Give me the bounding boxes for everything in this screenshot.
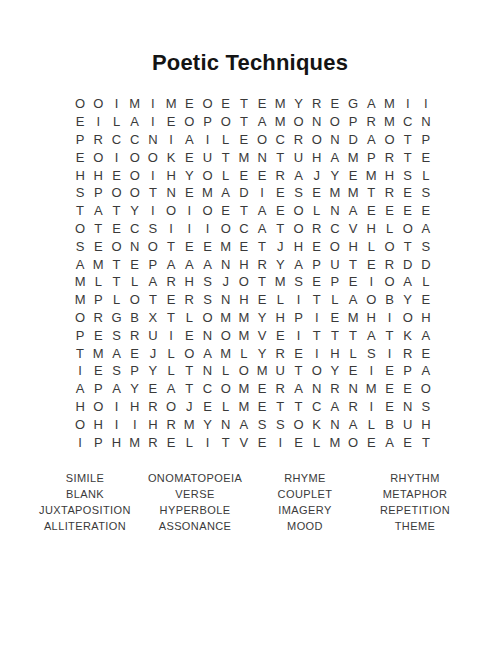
grid-cell-r15c5: J <box>144 344 162 362</box>
grid-cell-r16c8: N <box>198 362 216 380</box>
grid-cell-r5c5: I <box>144 166 162 184</box>
grid-cell-r13c15: E <box>326 309 344 327</box>
word-list-item: JUXTAPOSITION <box>30 502 140 518</box>
grid-cell-r11c4: L <box>126 273 144 291</box>
grid-cell-r6c2: P <box>89 184 107 202</box>
grid-cell-r19c2: H <box>89 415 107 433</box>
grid-cell-r9c2: E <box>89 237 107 255</box>
grid-cell-r12c6: E <box>162 291 180 309</box>
grid-cell-r5c17: M <box>362 166 380 184</box>
grid-cell-r5c9: L <box>217 166 235 184</box>
grid-cell-r3c2: R <box>89 131 107 149</box>
grid-cell-r16c12: U <box>271 362 289 380</box>
word-list-item: IMAGERY <box>250 502 360 518</box>
grid-cell-r1c5: I <box>144 95 162 113</box>
grid-cell-r4c8: U <box>198 148 216 166</box>
grid-cell-r11c19: A <box>399 273 417 291</box>
grid-cell-r6c10: D <box>235 184 253 202</box>
grid-cell-r19c7: M <box>180 415 198 433</box>
grid-cell-r16c3: S <box>107 362 125 380</box>
grid-cell-r8c13: O <box>289 220 307 238</box>
grid-cell-r10c8: A <box>198 255 216 273</box>
grid-cell-r20c11: E <box>253 433 271 451</box>
grid-cell-r9c3: O <box>107 237 125 255</box>
grid-cell-r5c19: S <box>399 166 417 184</box>
grid-cell-r17c4: Y <box>126 380 144 398</box>
grid-cell-r2c4: A <box>126 113 144 131</box>
grid-cell-r2c17: R <box>362 113 380 131</box>
grid-cell-r17c6: A <box>162 380 180 398</box>
word-list-item: THEME <box>360 518 470 534</box>
grid-cell-r7c2: A <box>89 202 107 220</box>
page-title: Poetic Techniques <box>0 50 500 76</box>
grid-cell-r12c18: B <box>380 291 398 309</box>
grid-cell-r10c5: P <box>144 255 162 273</box>
grid-cell-r15c20: E <box>417 344 435 362</box>
grid-cell-r11c2: L <box>89 273 107 291</box>
grid-cell-r4c1: E <box>71 148 89 166</box>
grid-cell-r7c15: N <box>326 202 344 220</box>
grid-cell-r18c10: M <box>235 398 253 416</box>
grid-cell-r9c9: M <box>217 237 235 255</box>
grid-cell-r6c16: M <box>344 184 362 202</box>
grid-cell-r11c11: T <box>253 273 271 291</box>
grid-cell-r8c17: H <box>362 220 380 238</box>
grid-cell-r9c8: E <box>198 237 216 255</box>
grid-cell-r7c10: T <box>235 202 253 220</box>
grid-cell-r16c20: A <box>417 362 435 380</box>
grid-cell-r16c16: E <box>344 362 362 380</box>
grid-cell-r12c11: E <box>253 291 271 309</box>
word-list-item: ALLITERATION <box>30 518 140 534</box>
grid-cell-r3c19: T <box>399 131 417 149</box>
grid-cell-r4c12: T <box>271 148 289 166</box>
word-list-item: HYPERBOLE <box>140 502 250 518</box>
grid-cell-r17c15: R <box>326 380 344 398</box>
grid-cell-r12c2: P <box>89 291 107 309</box>
grid-cell-r13c6: T <box>162 309 180 327</box>
grid-cell-r7c9: E <box>217 202 235 220</box>
grid-cell-r13c19: O <box>399 309 417 327</box>
grid-cell-r19c15: N <box>326 415 344 433</box>
grid-cell-r2c16: P <box>344 113 362 131</box>
grid-cell-r20c20: T <box>417 433 435 451</box>
grid-cell-r2c12: M <box>271 113 289 131</box>
grid-cell-r20c17: E <box>362 433 380 451</box>
grid-cell-r13c18: I <box>380 309 398 327</box>
grid-cell-r4c6: K <box>162 148 180 166</box>
grid-cell-r7c14: L <box>308 202 326 220</box>
grid-cell-r19c4: I <box>126 415 144 433</box>
grid-cell-r20c19: E <box>399 433 417 451</box>
grid-cell-r17c20: O <box>417 380 435 398</box>
grid-cell-r15c8: A <box>198 344 216 362</box>
word-list-item: VERSE <box>140 486 250 502</box>
grid-cell-r8c2: T <box>89 220 107 238</box>
grid-cell-r11c8: S <box>198 273 216 291</box>
grid-cell-r10c13: A <box>289 255 307 273</box>
grid-cell-r20c14: L <box>308 433 326 451</box>
grid-cell-r12c14: T <box>308 291 326 309</box>
word-list-item: BLANK <box>30 486 140 502</box>
grid-cell-r18c15: A <box>326 398 344 416</box>
grid-cell-r17c1: A <box>71 380 89 398</box>
grid-cell-r5c6: H <box>162 166 180 184</box>
grid-cell-r11c13: S <box>289 273 307 291</box>
grid-cell-r11c5: A <box>144 273 162 291</box>
grid-cell-r7c1: T <box>71 202 89 220</box>
grid-cell-r17c2: P <box>89 380 107 398</box>
grid-cell-r3c6: I <box>162 131 180 149</box>
grid-cell-r4c15: A <box>326 148 344 166</box>
grid-cell-r4c16: M <box>344 148 362 166</box>
grid-cell-r16c7: T <box>180 362 198 380</box>
grid-cell-r19c16: A <box>344 415 362 433</box>
grid-cell-r19c12: S <box>271 415 289 433</box>
grid-cell-r15c18: I <box>380 344 398 362</box>
grid-cell-r4c4: O <box>126 148 144 166</box>
grid-cell-r16c2: E <box>89 362 107 380</box>
grid-cell-r9c14: E <box>308 237 326 255</box>
grid-cell-r15c15: H <box>326 344 344 362</box>
grid-cell-r14c6: I <box>162 326 180 344</box>
grid-cell-r17c5: E <box>144 380 162 398</box>
grid-cell-r11c18: O <box>380 273 398 291</box>
grid-cell-r1c6: M <box>162 95 180 113</box>
grid-cell-r12c10: H <box>235 291 253 309</box>
grid-cell-r12c9: N <box>217 291 235 309</box>
grid-cell-r7c3: T <box>107 202 125 220</box>
grid-cell-r14c18: T <box>380 326 398 344</box>
grid-cell-r19c5: H <box>144 415 162 433</box>
grid-cell-r15c19: R <box>399 344 417 362</box>
grid-cell-r10c16: T <box>344 255 362 273</box>
grid-cell-r20c13: E <box>289 433 307 451</box>
grid-cell-r12c8: S <box>198 291 216 309</box>
grid-cell-r5c16: E <box>344 166 362 184</box>
grid-cell-r18c4: H <box>126 398 144 416</box>
grid-cell-r6c13: S <box>289 184 307 202</box>
grid-cell-r2c10: T <box>235 113 253 131</box>
grid-cell-r14c17: A <box>362 326 380 344</box>
grid-cell-r16c17: I <box>362 362 380 380</box>
grid-cell-r20c12: I <box>271 433 289 451</box>
grid-cell-r7c20: E <box>417 202 435 220</box>
grid-cell-r14c3: S <box>107 326 125 344</box>
grid-cell-r16c13: T <box>289 362 307 380</box>
grid-cell-r16c11: M <box>253 362 271 380</box>
grid-cell-r12c19: Y <box>399 291 417 309</box>
grid-cell-r20c8: I <box>198 433 216 451</box>
grid-cell-r19c17: L <box>362 415 380 433</box>
grid-cell-r8c12: T <box>271 220 289 238</box>
grid-cell-r15c12: R <box>271 344 289 362</box>
grid-cell-r1c18: M <box>380 95 398 113</box>
grid-cell-r4c14: H <box>308 148 326 166</box>
grid-cell-r18c7: J <box>180 398 198 416</box>
grid-cell-r14c14: T <box>308 326 326 344</box>
grid-cell-r3c3: C <box>107 131 125 149</box>
grid-cell-r16c10: O <box>235 362 253 380</box>
grid-cell-r5c12: R <box>271 166 289 184</box>
grid-cell-r3c4: C <box>126 131 144 149</box>
grid-cell-r13c17: H <box>362 309 380 327</box>
grid-cell-r17c18: E <box>380 380 398 398</box>
grid-cell-r2c19: C <box>399 113 417 131</box>
grid-cell-r10c17: E <box>362 255 380 273</box>
grid-cell-r6c18: R <box>380 184 398 202</box>
word-list-item: ASSONANCE <box>140 518 250 534</box>
grid-cell-r3c13: R <box>289 131 307 149</box>
grid-cell-r16c4: P <box>126 362 144 380</box>
grid-cell-r5c4: O <box>126 166 144 184</box>
grid-cell-r15c4: E <box>126 344 144 362</box>
grid-cell-r2c1: E <box>71 113 89 131</box>
grid-cell-r18c5: R <box>144 398 162 416</box>
grid-cell-r1c12: M <box>271 95 289 113</box>
grid-cell-r11c14: E <box>308 273 326 291</box>
grid-cell-r15c2: M <box>89 344 107 362</box>
grid-cell-r11c7: H <box>180 273 198 291</box>
grid-cell-r10c15: U <box>326 255 344 273</box>
grid-cell-r13c8: O <box>198 309 216 327</box>
grid-cell-r6c4: O <box>126 184 144 202</box>
grid-cell-r14c9: O <box>217 326 235 344</box>
grid-cell-r9c18: O <box>380 237 398 255</box>
grid-cell-r1c20: I <box>417 95 435 113</box>
grid-cell-r20c1: I <box>71 433 89 451</box>
grid-cell-r5c11: E <box>253 166 271 184</box>
grid-cell-r15c14: I <box>308 344 326 362</box>
grid-cell-r11c20: L <box>417 273 435 291</box>
grid-cell-r7c8: O <box>198 202 216 220</box>
grid-cell-r5c20: L <box>417 166 435 184</box>
grid-cell-r12c4: O <box>126 291 144 309</box>
grid-cell-r14c13: I <box>289 326 307 344</box>
grid-cell-r3c14: O <box>308 131 326 149</box>
grid-cell-r10c9: N <box>217 255 235 273</box>
grid-cell-r15c6: L <box>162 344 180 362</box>
grid-cell-r1c3: I <box>107 95 125 113</box>
grid-cell-r10c2: M <box>89 255 107 273</box>
grid-cell-r1c4: M <box>126 95 144 113</box>
grid-cell-r19c10: A <box>235 415 253 433</box>
grid-cell-r5c1: H <box>71 166 89 184</box>
word-list-item: MOOD <box>250 518 360 534</box>
grid-cell-r9c6: T <box>162 237 180 255</box>
grid-cell-r14c1: P <box>71 326 89 344</box>
grid-cell-r5c14: J <box>308 166 326 184</box>
grid-cell-r13c1: O <box>71 309 89 327</box>
grid-cell-r8c1: O <box>71 220 89 238</box>
grid-cell-r15c3: A <box>107 344 125 362</box>
grid-cell-r8c11: A <box>253 220 271 238</box>
grid-cell-r19c6: R <box>162 415 180 433</box>
grid-cell-r4c7: E <box>180 148 198 166</box>
grid-cell-r16c14: O <box>308 362 326 380</box>
grid-cell-r2c9: O <box>217 113 235 131</box>
grid-cell-r11c12: M <box>271 273 289 291</box>
grid-cell-r15c17: S <box>362 344 380 362</box>
grid-cell-r1c10: T <box>235 95 253 113</box>
grid-cell-r6c3: O <box>107 184 125 202</box>
grid-cell-r4c19: T <box>399 148 417 166</box>
word-list-item: REPETITION <box>360 502 470 518</box>
grid-cell-r8c4: C <box>126 220 144 238</box>
grid-cell-r13c11: Y <box>253 309 271 327</box>
grid-cell-r19c13: O <box>289 415 307 433</box>
grid-cell-r13c5: X <box>144 309 162 327</box>
grid-cell-r11c3: T <box>107 273 125 291</box>
grid-cell-r13c4: B <box>126 309 144 327</box>
grid-cell-r3c18: O <box>380 131 398 149</box>
grid-cell-r10c18: R <box>380 255 398 273</box>
grid-cell-r8c8: I <box>198 220 216 238</box>
grid-cell-r18c16: R <box>344 398 362 416</box>
grid-cell-r3c10: E <box>235 131 253 149</box>
grid-cell-r4c3: I <box>107 148 125 166</box>
grid-cell-r13c16: M <box>344 309 362 327</box>
grid-cell-r20c7: L <box>180 433 198 451</box>
grid-cell-r16c9: L <box>217 362 235 380</box>
grid-cell-r19c11: S <box>253 415 271 433</box>
grid-cell-r6c14: E <box>308 184 326 202</box>
grid-cell-r1c1: O <box>71 95 89 113</box>
grid-cell-r13c9: M <box>217 309 235 327</box>
grid-cell-r14c16: T <box>344 326 362 344</box>
grid-cell-r9c19: T <box>399 237 417 255</box>
grid-cell-r17c13: A <box>289 380 307 398</box>
grid-cell-r7c5: I <box>144 202 162 220</box>
grid-cell-r19c9: N <box>217 415 235 433</box>
letter-grid: OOIMIMEOETEMYREGAMIIEILAIEOPOTAMONOPRMCN… <box>71 95 435 451</box>
grid-cell-r13c20: H <box>417 309 435 327</box>
grid-cell-r10c6: A <box>162 255 180 273</box>
grid-cell-r19c19: U <box>399 415 417 433</box>
grid-cell-r18c18: E <box>380 398 398 416</box>
grid-cell-r18c14: C <box>308 398 326 416</box>
grid-cell-r10c10: H <box>235 255 253 273</box>
grid-cell-r16c6: L <box>162 362 180 380</box>
grid-cell-r19c3: I <box>107 415 125 433</box>
grid-cell-r13c10: M <box>235 309 253 327</box>
grid-cell-r6c20: S <box>417 184 435 202</box>
grid-cell-r9c15: O <box>326 237 344 255</box>
grid-cell-r10c12: Y <box>271 255 289 273</box>
grid-cell-r14c5: U <box>144 326 162 344</box>
grid-cell-r11c15: P <box>326 273 344 291</box>
grid-cell-r15c1: T <box>71 344 89 362</box>
word-list-item: RHYTHM <box>360 470 470 486</box>
word-list-item: ONOMATOPOEIA <box>140 470 250 486</box>
grid-cell-r2c8: P <box>198 113 216 131</box>
grid-cell-r13c7: L <box>180 309 198 327</box>
grid-cell-r6c19: E <box>399 184 417 202</box>
grid-cell-r18c13: T <box>289 398 307 416</box>
grid-cell-r2c3: L <box>107 113 125 131</box>
grid-cell-r6c6: N <box>162 184 180 202</box>
grid-cell-r20c5: R <box>144 433 162 451</box>
grid-cell-r10c4: E <box>126 255 144 273</box>
grid-cell-r4c20: E <box>417 148 435 166</box>
grid-cell-r10c20: D <box>417 255 435 273</box>
grid-cell-r17c17: M <box>362 380 380 398</box>
grid-cell-r13c13: P <box>289 309 307 327</box>
grid-cell-r15c13: E <box>289 344 307 362</box>
grid-cell-r20c6: E <box>162 433 180 451</box>
grid-cell-r20c16: O <box>344 433 362 451</box>
grid-cell-r10c11: R <box>253 255 271 273</box>
grid-cell-r2c14: N <box>308 113 326 131</box>
grid-cell-r20c3: H <box>107 433 125 451</box>
grid-cell-r2c18: M <box>380 113 398 131</box>
grid-cell-r12c1: M <box>71 291 89 309</box>
grid-cell-r18c20: S <box>417 398 435 416</box>
grid-cell-r12c7: R <box>180 291 198 309</box>
grid-cell-r4c2: O <box>89 148 107 166</box>
grid-cell-r17c8: C <box>198 380 216 398</box>
grid-cell-r16c19: P <box>399 362 417 380</box>
grid-cell-r6c17: T <box>362 184 380 202</box>
grid-cell-r4c9: T <box>217 148 235 166</box>
grid-cell-r1c11: E <box>253 95 271 113</box>
grid-cell-r2c2: I <box>89 113 107 131</box>
grid-cell-r13c12: H <box>271 309 289 327</box>
grid-cell-r7c18: E <box>380 202 398 220</box>
grid-cell-r17c9: O <box>217 380 235 398</box>
grid-cell-r8c7: I <box>180 220 198 238</box>
grid-cell-r15c16: L <box>344 344 362 362</box>
grid-cell-r11c9: J <box>217 273 235 291</box>
grid-cell-r9c20: S <box>417 237 435 255</box>
grid-cell-r8c20: A <box>417 220 435 238</box>
grid-cell-r18c3: I <box>107 398 125 416</box>
grid-cell-r17c10: M <box>235 380 253 398</box>
grid-cell-r17c11: E <box>253 380 271 398</box>
grid-cell-r8c5: S <box>144 220 162 238</box>
grid-cell-r11c1: M <box>71 273 89 291</box>
grid-cell-r17c3: A <box>107 380 125 398</box>
grid-cell-r3c8: I <box>198 131 216 149</box>
grid-cell-r2c5: I <box>144 113 162 131</box>
grid-cell-r20c2: P <box>89 433 107 451</box>
grid-cell-r8c6: I <box>162 220 180 238</box>
grid-cell-r11c17: I <box>362 273 380 291</box>
grid-cell-r17c7: T <box>180 380 198 398</box>
grid-cell-r9c4: N <box>126 237 144 255</box>
grid-cell-r7c16: A <box>344 202 362 220</box>
grid-cell-r2c6: E <box>162 113 180 131</box>
grid-cell-r7c4: Y <box>126 202 144 220</box>
grid-cell-r14c15: T <box>326 326 344 344</box>
grid-cell-r1c16: G <box>344 95 362 113</box>
grid-cell-r8c14: R <box>308 220 326 238</box>
grid-cell-r6c15: M <box>326 184 344 202</box>
grid-cell-r18c12: T <box>271 398 289 416</box>
grid-cell-r2c15: O <box>326 113 344 131</box>
grid-cell-r14c10: M <box>235 326 253 344</box>
grid-cell-r19c1: O <box>71 415 89 433</box>
grid-cell-r13c14: I <box>308 309 326 327</box>
grid-cell-r12c17: O <box>362 291 380 309</box>
grid-cell-r8c10: C <box>235 220 253 238</box>
grid-cell-r4c17: P <box>362 148 380 166</box>
grid-cell-r18c6: O <box>162 398 180 416</box>
grid-cell-r18c9: L <box>217 398 235 416</box>
grid-cell-r17c14: N <box>308 380 326 398</box>
grid-cell-r13c3: G <box>107 309 125 327</box>
grid-cell-r5c18: H <box>380 166 398 184</box>
